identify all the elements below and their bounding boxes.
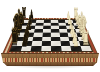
white-rook[interactable]: ♜ bbox=[81, 28, 90, 49]
square-3-0[interactable] bbox=[41, 45, 51, 50]
square-2-0[interactable] bbox=[31, 45, 42, 50]
square-3-1[interactable] bbox=[41, 40, 51, 45]
square-3-4[interactable] bbox=[42, 28, 50, 32]
chess-set-photo: ♜♟♟♜♞♟♟♞♝♟♟♝♚♟♟♚♛♟♟♛♝♟♟♝♞♟♟♞♜♟♟♜ bbox=[0, 0, 100, 72]
square-3-5[interactable] bbox=[43, 25, 51, 28]
square-3-3[interactable] bbox=[42, 32, 51, 36]
wood-grain bbox=[1, 53, 99, 66]
box-front-panel bbox=[1, 53, 99, 66]
square-2-2[interactable] bbox=[32, 36, 42, 40]
white-pawn[interactable]: ♟ bbox=[72, 34, 79, 50]
square-3-2[interactable] bbox=[42, 36, 51, 40]
black-pawn[interactable]: ♟ bbox=[21, 32, 28, 49]
square-2-3[interactable] bbox=[33, 32, 42, 36]
black-rook[interactable]: ♜ bbox=[9, 27, 19, 49]
square-2-1[interactable] bbox=[32, 40, 42, 45]
